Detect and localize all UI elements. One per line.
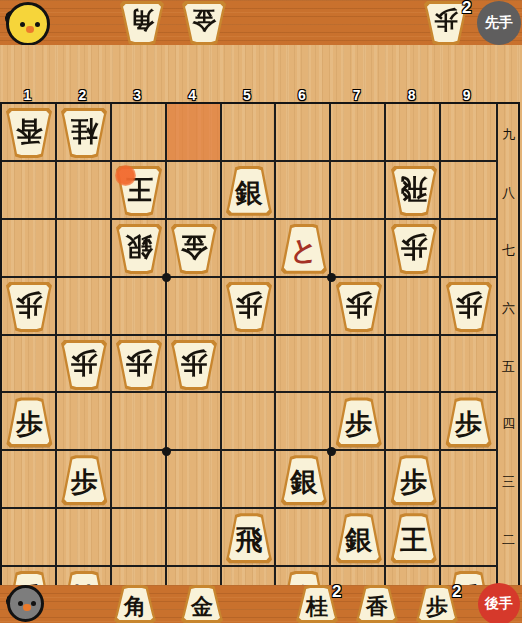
square-3二[interactable] xyxy=(112,509,167,567)
square-2七[interactable] xyxy=(57,220,112,278)
square-9九[interactable] xyxy=(441,104,496,162)
chick-eye-icon xyxy=(35,22,40,27)
square-2八[interactable] xyxy=(57,162,112,220)
piece-glyph: 香 xyxy=(356,585,398,623)
piece-glyph: 銀 xyxy=(281,455,327,505)
rank-label-八: 八 xyxy=(498,184,519,202)
square-8四[interactable] xyxy=(386,393,441,451)
piece-銀-7二[interactable]: 銀 xyxy=(336,513,382,563)
file-label-5: 5 xyxy=(220,87,275,103)
captured-金[interactable]: 金 xyxy=(181,585,223,623)
piece-glyph: 歩 xyxy=(226,282,272,332)
square-9二[interactable] xyxy=(441,509,496,567)
square-7五[interactable] xyxy=(331,336,386,394)
piece-銀-3七[interactable]: 銀 xyxy=(116,224,162,274)
piece-glyph: 歩 xyxy=(391,224,437,274)
square-7九[interactable] xyxy=(331,104,386,162)
square-9五[interactable] xyxy=(441,336,496,394)
piece-歩-2三[interactable]: 歩 xyxy=(61,455,107,505)
shogi-board: 123456789 香桂王飛銀金歩歩歩歩歩歩歩歩銀と歩歩歩歩銀歩飛銀王香桂金香 … xyxy=(0,45,522,585)
file-label-8: 8 xyxy=(384,87,439,103)
square-7八[interactable] xyxy=(331,162,386,220)
captured-歩[interactable]: 歩2 xyxy=(416,585,458,623)
square-3四[interactable] xyxy=(112,393,167,451)
square-2二[interactable] xyxy=(57,509,112,567)
square-9七[interactable] xyxy=(441,220,496,278)
board-border: 香桂王飛銀金歩歩歩歩歩歩歩歩銀と歩歩歩歩銀歩飛銀王香桂金香 九八七六五四三二一 xyxy=(0,102,520,623)
piece-glyph: 桂 xyxy=(61,108,107,158)
piece-歩-9六[interactable]: 歩 xyxy=(446,282,492,332)
square-4八[interactable] xyxy=(167,162,222,220)
piece-銀-6三[interactable]: 銀 xyxy=(281,455,327,505)
piece-飛-5二[interactable]: 飛 xyxy=(226,513,272,563)
board-grid: 香桂王飛銀金歩歩歩歩歩歩歩歩銀と歩歩歩歩銀歩飛銀王香桂金香 xyxy=(2,104,496,623)
square-1二[interactable] xyxy=(2,509,57,567)
piece-glyph: 角 xyxy=(114,585,156,623)
square-1七[interactable] xyxy=(2,220,57,278)
rank-label-四: 四 xyxy=(498,415,519,433)
piece-glyph: 歩 xyxy=(6,397,52,447)
square-1三[interactable] xyxy=(2,451,57,509)
captured-金[interactable]: 金 xyxy=(182,1,226,45)
file-label-4: 4 xyxy=(165,87,220,103)
top-player-badge: 先手 xyxy=(477,1,521,45)
chick-beak-icon xyxy=(23,604,31,611)
piece-glyph: 歩 xyxy=(61,455,107,505)
chick-eye-icon xyxy=(20,22,25,27)
piece-glyph: 歩 xyxy=(336,397,382,447)
piece-glyph: 歩 xyxy=(6,282,52,332)
square-4三[interactable] xyxy=(167,451,222,509)
piece-香-1九[interactable]: 香 xyxy=(6,108,52,158)
square-5九[interactable] xyxy=(222,104,277,162)
piece-glyph: 王 xyxy=(391,513,437,563)
rank-label-六: 六 xyxy=(498,300,519,318)
piece-glyph: 歩 xyxy=(61,340,107,390)
square-6二[interactable] xyxy=(276,509,331,567)
piece-glyph: 歩 xyxy=(446,397,492,447)
rank-labels: 九八七六五四三二一 xyxy=(496,104,517,623)
captured-角[interactable]: 角 xyxy=(114,585,156,623)
piece-glyph: 歩 xyxy=(446,282,492,332)
piece-歩-7四[interactable]: 歩 xyxy=(336,397,382,447)
piece-歩-8七[interactable]: 歩 xyxy=(391,224,437,274)
chick-curl-icon xyxy=(3,10,17,26)
file-label-2: 2 xyxy=(55,87,110,103)
captured-count: 2 xyxy=(332,582,341,602)
square-4六[interactable] xyxy=(167,278,222,336)
piece-歩-1四[interactable]: 歩 xyxy=(6,397,52,447)
piece-銀-5八[interactable]: 銀 xyxy=(226,166,272,216)
bottom-player-bar: 角金桂2香歩2 後手 xyxy=(0,585,522,623)
square-7三[interactable] xyxy=(331,451,386,509)
piece-glyph: 歩 xyxy=(116,340,162,390)
piece-と-6七[interactable]: と xyxy=(281,224,327,274)
square-6四[interactable] xyxy=(276,393,331,451)
square-9三[interactable] xyxy=(441,451,496,509)
hoshi-dot xyxy=(162,447,171,456)
piece-飛-8八[interactable]: 飛 xyxy=(391,166,437,216)
piece-金-4七[interactable]: 金 xyxy=(171,224,217,274)
square-8九[interactable] xyxy=(386,104,441,162)
square-4二[interactable] xyxy=(167,509,222,567)
rank-label-五: 五 xyxy=(498,358,519,376)
bottom-player-badge-label: 後手 xyxy=(485,595,513,613)
square-6六[interactable] xyxy=(276,278,331,336)
piece-glyph: 歩 xyxy=(171,340,217,390)
file-label-9: 9 xyxy=(439,87,494,103)
bottom-player-avatar[interactable] xyxy=(7,585,44,622)
piece-歩-8三[interactable]: 歩 xyxy=(391,455,437,505)
captured-count: 2 xyxy=(462,0,471,18)
rank-label-九: 九 xyxy=(498,126,519,144)
king-check-marker xyxy=(115,165,136,186)
square-1八[interactable] xyxy=(2,162,57,220)
square-1五[interactable] xyxy=(2,336,57,394)
square-8五[interactable] xyxy=(386,336,441,394)
piece-glyph: 香 xyxy=(6,108,52,158)
piece-歩-3五[interactable]: 歩 xyxy=(116,340,162,390)
square-6九[interactable] xyxy=(276,104,331,162)
hoshi-dot xyxy=(327,447,336,456)
square-3三[interactable] xyxy=(112,451,167,509)
bottom-player-badge: 後手 xyxy=(478,583,520,623)
square-5五[interactable] xyxy=(222,336,277,394)
rank-label-二: 二 xyxy=(498,531,519,549)
piece-glyph: 歩 xyxy=(336,282,382,332)
square-3九[interactable] xyxy=(112,104,167,162)
square-7七[interactable] xyxy=(331,220,386,278)
piece-歩-2五[interactable]: 歩 xyxy=(61,340,107,390)
piece-glyph: 金 xyxy=(171,224,217,274)
rank-label-三: 三 xyxy=(498,473,519,491)
captured-歩[interactable]: 歩2 xyxy=(424,1,468,45)
square-8六[interactable] xyxy=(386,278,441,336)
top-player-badge-label: 先手 xyxy=(485,14,513,32)
chick-beak-icon xyxy=(26,26,34,33)
captured-桂[interactable]: 桂2 xyxy=(296,585,338,623)
piece-glyph: 飛 xyxy=(226,513,272,563)
piece-歩-7六[interactable]: 歩 xyxy=(336,282,382,332)
square-6八[interactable] xyxy=(276,162,331,220)
file-label-7: 7 xyxy=(329,87,384,103)
piece-glyph: と xyxy=(281,224,327,274)
chick-eye-icon xyxy=(31,601,36,606)
piece-歩-5六[interactable]: 歩 xyxy=(226,282,272,332)
piece-歩-1六[interactable]: 歩 xyxy=(6,282,52,332)
piece-歩-4五[interactable]: 歩 xyxy=(171,340,217,390)
square-5四[interactable] xyxy=(222,393,277,451)
square-2四[interactable] xyxy=(57,393,112,451)
piece-歩-9四[interactable]: 歩 xyxy=(446,397,492,447)
captured-香[interactable]: 香 xyxy=(356,585,398,623)
piece-桂-2九[interactable]: 桂 xyxy=(61,108,107,158)
piece-glyph: 金 xyxy=(182,1,226,45)
chick-curl-icon xyxy=(4,593,18,609)
shogi-app: 角金歩2 先手 123456789 香桂王飛銀金歩歩歩歩歩歩歩歩銀と歩歩歩歩銀歩… xyxy=(0,0,522,623)
square-6五[interactable] xyxy=(276,336,331,394)
square-4九[interactable] xyxy=(167,104,222,162)
file-label-3: 3 xyxy=(110,87,165,103)
square-3六[interactable] xyxy=(112,278,167,336)
square-9八[interactable] xyxy=(441,162,496,220)
piece-glyph: 角 xyxy=(120,1,164,45)
piece-glyph: 歩 xyxy=(391,455,437,505)
piece-glyph: 金 xyxy=(181,585,223,623)
piece-glyph: 銀 xyxy=(226,166,272,216)
captured-角[interactable]: 角 xyxy=(120,1,164,45)
square-2六[interactable] xyxy=(57,278,112,336)
rank-label-七: 七 xyxy=(498,242,519,260)
square-4四[interactable] xyxy=(167,393,222,451)
square-5三[interactable] xyxy=(222,451,277,509)
piece-glyph: 銀 xyxy=(116,224,162,274)
file-labels: 123456789 xyxy=(0,87,494,103)
piece-glyph: 銀 xyxy=(336,513,382,563)
piece-glyph: 飛 xyxy=(391,166,437,216)
piece-王-8二[interactable]: 王 xyxy=(391,513,437,563)
top-player-avatar[interactable] xyxy=(6,2,50,46)
hoshi-dot xyxy=(327,273,336,282)
file-label-1: 1 xyxy=(0,87,55,103)
file-label-6: 6 xyxy=(274,87,329,103)
captured-count: 2 xyxy=(452,582,461,602)
top-player-bar: 角金歩2 先手 xyxy=(0,0,522,45)
square-5七[interactable] xyxy=(222,220,277,278)
